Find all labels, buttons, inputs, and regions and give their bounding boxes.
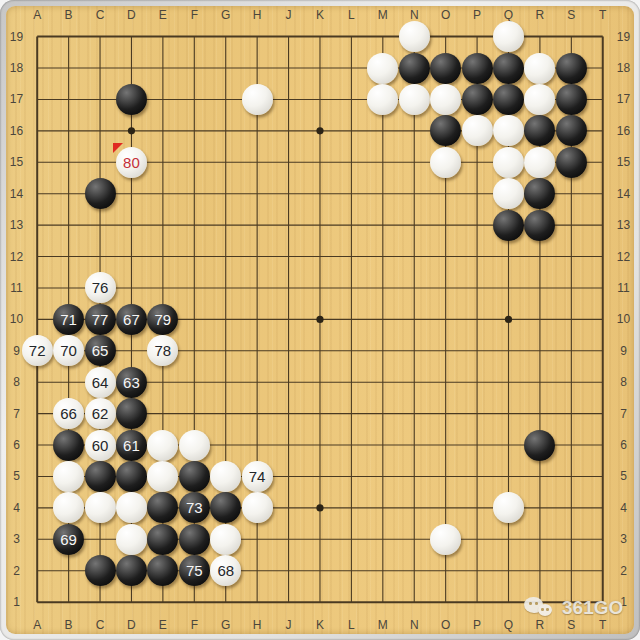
row-label-right-9: 9 [620,344,627,358]
col-label-top-O: O [441,8,450,22]
stone-C10[interactable]: 77 [85,304,116,335]
stone-H4[interactable] [242,492,273,523]
row-label-left-13: 13 [10,218,23,232]
stone-C11[interactable]: 76 [85,272,116,303]
col-label-top-G: G [221,8,230,22]
stone-C6[interactable]: 60 [85,430,116,461]
stone-O17[interactable] [430,84,461,115]
col-label-top-P: P [473,8,481,22]
stone-number: 66 [60,406,77,421]
col-label-top-Q: Q [504,8,513,22]
col-label-bottom-J: J [286,618,292,632]
col-label-bottom-G: G [221,618,230,632]
row-label-left-7: 7 [13,407,20,421]
stone-C8[interactable]: 64 [85,367,116,398]
col-label-top-E: E [159,8,167,22]
stone-H17[interactable] [242,84,273,115]
row-label-left-5: 5 [13,469,20,483]
col-label-top-A: A [33,8,41,22]
col-label-bottom-S: S [567,618,575,632]
row-label-right-18: 18 [617,61,630,75]
stone-D6[interactable]: 61 [116,430,147,461]
col-label-bottom-N: N [410,618,419,632]
stone-F2[interactable]: 75 [179,555,210,586]
col-label-top-H: H [253,8,262,22]
stone-G3[interactable] [210,524,241,555]
stone-P17[interactable] [462,84,493,115]
stone-number: 69 [60,532,77,547]
stone-N18[interactable] [399,53,430,84]
stone-number: 74 [249,469,266,484]
stone-D15[interactable]: 80 [116,147,147,178]
stone-B6[interactable] [53,430,84,461]
stone-C9[interactable]: 65 [85,335,116,366]
col-label-bottom-L: L [348,618,355,632]
stone-P18[interactable] [462,53,493,84]
col-label-bottom-O: O [441,618,450,632]
row-label-left-3: 3 [13,532,20,546]
stone-S16[interactable] [556,115,587,146]
col-label-top-J: J [286,8,292,22]
row-label-left-17: 17 [10,92,23,106]
stone-F4[interactable]: 73 [179,492,210,523]
stone-Q15[interactable] [493,147,524,178]
row-label-left-16: 16 [10,124,23,138]
last-move-marker-icon [113,143,123,153]
stone-F3[interactable] [179,524,210,555]
row-label-left-11: 11 [10,281,22,295]
stone-B5[interactable] [53,461,84,492]
col-label-bottom-H: H [253,618,262,632]
stone-R6[interactable] [524,430,555,461]
stone-number: 71 [60,312,77,327]
stone-number: 77 [92,312,109,327]
stone-C4[interactable] [85,492,116,523]
col-label-bottom-M: M [378,618,388,632]
col-label-bottom-D: D [127,618,136,632]
row-label-left-2: 2 [13,564,20,578]
row-label-left-4: 4 [13,501,20,515]
row-label-right-2: 2 [620,564,627,578]
stone-D17[interactable] [116,84,147,115]
stone-D2[interactable] [116,555,147,586]
col-label-top-S: S [567,8,575,22]
row-label-left-18: 18 [10,61,23,75]
col-label-top-F: F [191,8,198,22]
col-label-bottom-K: K [316,618,324,632]
stone-number: 75 [186,563,203,578]
stone-B3[interactable]: 69 [53,524,84,555]
row-label-right-13: 13 [617,218,630,232]
row-label-right-16: 16 [617,124,630,138]
stone-number: 70 [60,343,77,358]
stone-E6[interactable] [147,430,178,461]
stone-R18[interactable] [524,53,555,84]
col-label-bottom-T: T [599,618,606,632]
col-label-bottom-C: C [96,618,105,632]
stone-Q14[interactable] [493,178,524,209]
stone-D5[interactable] [116,461,147,492]
stone-D7[interactable] [116,398,147,429]
stone-A9[interactable]: 72 [22,335,53,366]
col-label-top-R: R [536,8,545,22]
stone-S18[interactable] [556,53,587,84]
row-label-left-9: 9 [13,344,20,358]
row-label-left-12: 12 [10,250,23,264]
col-label-bottom-P: P [473,618,481,632]
col-label-top-D: D [127,8,136,22]
row-label-right-7: 7 [620,407,627,421]
go-board-screenshot: AABBCCDDEEFFGGHHJJKKLLMMNNOOPPQQRRSSTT19… [0,0,640,640]
stone-C5[interactable] [85,461,116,492]
stone-number: 61 [123,438,140,453]
row-label-right-1: 1 [620,595,627,609]
row-label-right-5: 5 [620,469,627,483]
col-label-top-C: C [96,8,105,22]
stone-D8[interactable]: 63 [116,367,147,398]
stone-number: 72 [29,343,46,358]
col-label-bottom-B: B [65,618,73,632]
stone-number: 63 [123,375,140,390]
col-label-bottom-R: R [536,618,545,632]
stone-D10[interactable]: 67 [116,304,147,335]
stone-O18[interactable] [430,53,461,84]
stone-number: 68 [217,563,234,578]
stone-C14[interactable] [85,178,116,209]
stone-P16[interactable] [462,115,493,146]
row-label-left-15: 15 [10,155,23,169]
stone-S15[interactable] [556,147,587,178]
col-label-top-T: T [599,8,606,22]
stone-number: 79 [155,312,172,327]
col-label-top-B: B [65,8,73,22]
stone-O3[interactable] [430,524,461,555]
stone-Q19[interactable] [493,21,524,52]
stone-number: 60 [92,438,109,453]
stone-B10[interactable]: 71 [53,304,84,335]
stone-number: 62 [92,406,109,421]
col-label-bottom-F: F [191,618,198,632]
row-label-right-4: 4 [620,501,627,515]
stone-number: 73 [186,500,203,515]
row-label-left-19: 19 [10,30,23,44]
row-label-right-19: 19 [617,30,630,44]
stone-F6[interactable] [179,430,210,461]
row-label-right-3: 3 [620,532,627,546]
row-label-right-14: 14 [617,187,630,201]
stone-E3[interactable] [147,524,178,555]
stone-Q13[interactable] [493,210,524,241]
col-label-top-M: M [378,8,388,22]
stone-number: 67 [123,312,140,327]
stone-R15[interactable] [524,147,555,178]
stone-O15[interactable] [430,147,461,178]
row-label-right-6: 6 [620,438,627,452]
row-label-left-8: 8 [13,375,20,389]
stone-S17[interactable] [556,84,587,115]
row-label-right-17: 17 [617,92,630,106]
row-label-right-12: 12 [617,250,630,264]
stone-D3[interactable] [116,524,147,555]
stone-number: 76 [92,280,109,295]
col-label-bottom-E: E [159,618,167,632]
row-label-right-11: 11 [617,281,629,295]
col-label-top-K: K [316,8,324,22]
stone-R13[interactable] [524,210,555,241]
col-label-top-N: N [410,8,419,22]
row-label-left-14: 14 [10,187,23,201]
stone-number: 78 [155,343,172,358]
row-label-right-15: 15 [617,155,630,169]
stone-number: 80 [123,155,140,170]
stone-number: 64 [92,375,109,390]
stone-C2[interactable] [85,555,116,586]
stone-F5[interactable] [179,461,210,492]
col-label-bottom-Q: Q [504,618,513,632]
col-label-top-L: L [348,8,355,22]
stone-M18[interactable] [367,53,398,84]
row-label-right-10: 10 [617,312,630,326]
stone-N19[interactable] [399,21,430,52]
stone-Q18[interactable] [493,53,524,84]
stone-G5[interactable] [210,461,241,492]
row-label-right-8: 8 [620,375,627,389]
row-label-left-1: 1 [13,595,20,609]
row-label-left-6: 6 [13,438,20,452]
stone-N17[interactable] [399,84,430,115]
row-label-left-10: 10 [10,312,23,326]
stone-number: 65 [92,343,109,358]
stone-Q17[interactable] [493,84,524,115]
stone-H5[interactable]: 74 [242,461,273,492]
col-label-bottom-A: A [33,618,41,632]
stone-C7[interactable]: 62 [85,398,116,429]
